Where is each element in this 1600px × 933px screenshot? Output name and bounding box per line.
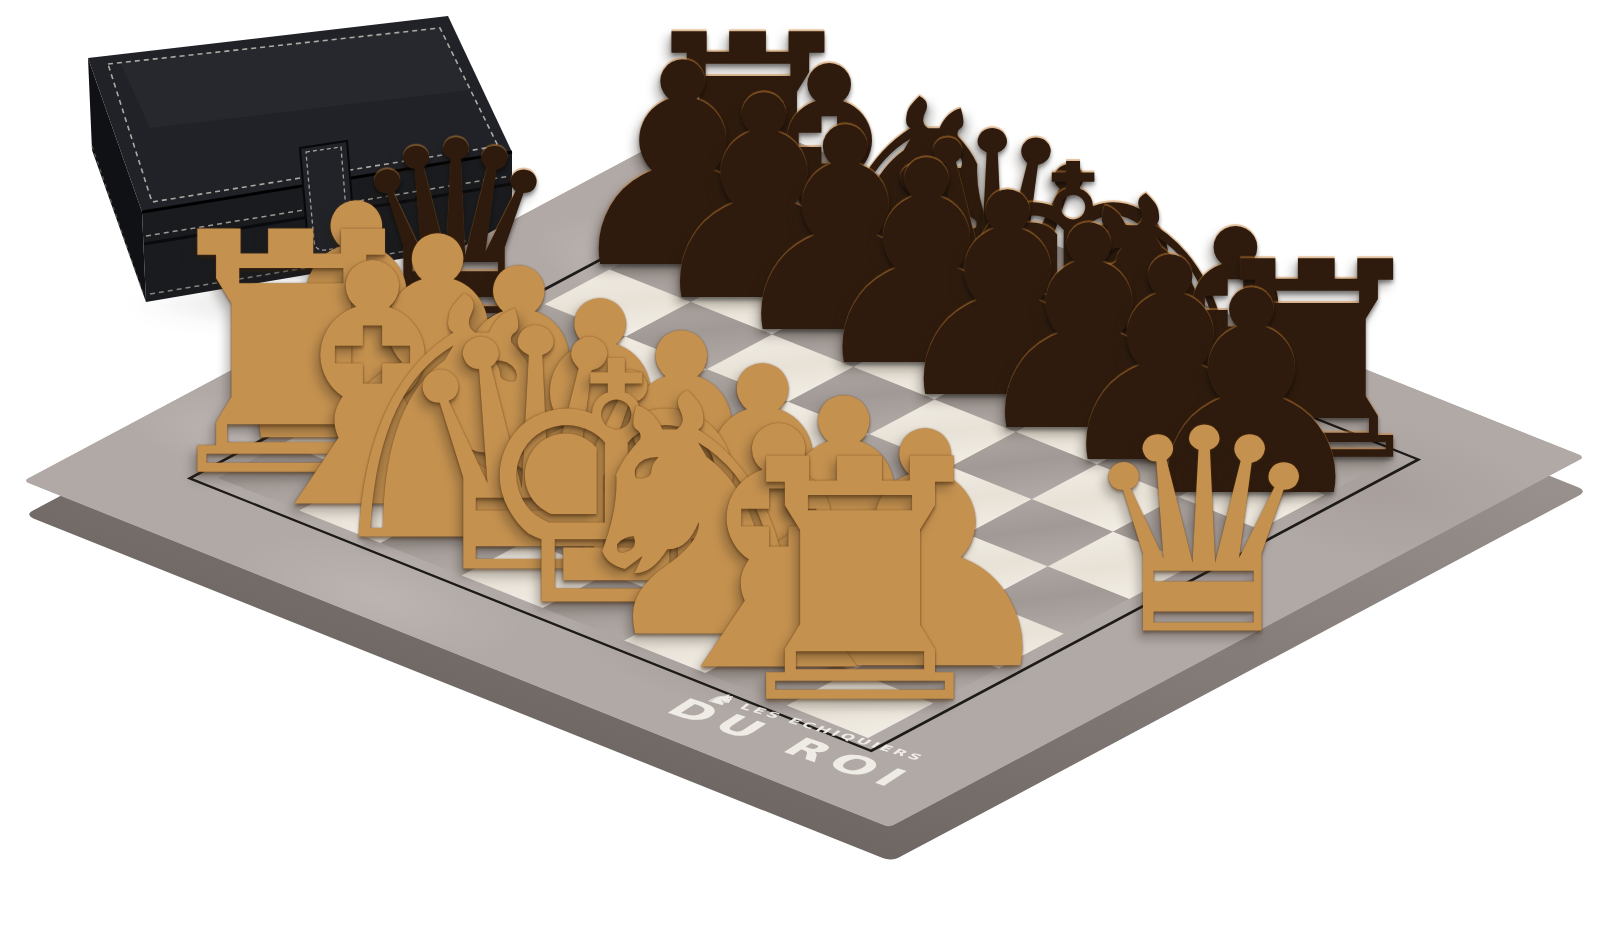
box-strap: [300, 141, 355, 257]
scene: ♞ LES ECHIQUIERS DU ROI ♜♝♞♛♚♞♝♜♟♟♟♟♟♟♟♟…: [0, 0, 1600, 933]
box-strap-stud: [328, 263, 338, 273]
